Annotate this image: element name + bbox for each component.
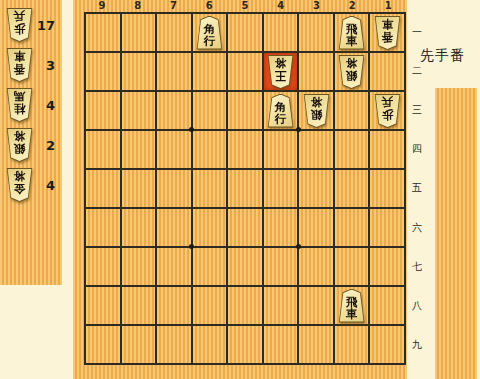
square-92[interactable] — [86, 53, 120, 90]
square-76[interactable] — [157, 209, 191, 246]
piece-kanji: 香 — [381, 30, 393, 43]
square-45[interactable] — [264, 170, 298, 207]
square-31[interactable] — [299, 14, 333, 51]
square-56[interactable] — [228, 209, 262, 246]
piece-kanji: 香 — [14, 63, 26, 76]
square-21[interactable]: 飛車 — [335, 14, 369, 51]
square-68[interactable] — [193, 287, 227, 324]
shogi-piece-銀将[interactable]: 銀将 — [337, 55, 366, 89]
square-44[interactable] — [264, 131, 298, 168]
hand-count: 3 — [46, 58, 55, 73]
file-label-5: 5 — [227, 0, 263, 12]
square-83[interactable] — [122, 92, 156, 129]
shogi-piece-角行[interactable]: 角行 — [266, 94, 295, 128]
shogi-piece-飛車[interactable]: 飛車 — [337, 289, 366, 323]
gote-hand-tray: 歩兵17香車3桂馬4銀将2金将4 — [0, 0, 62, 285]
shogi-piece-香車[interactable]: 香車 — [5, 48, 34, 82]
hoshi-dot — [296, 127, 301, 132]
turn-indicator: 先手番 — [420, 47, 465, 65]
square-81[interactable] — [122, 14, 156, 51]
file-labels: 987654321 — [84, 0, 406, 12]
shogi-piece-角行[interactable]: 角行 — [195, 16, 224, 50]
file-label-2: 2 — [334, 0, 370, 12]
square-78[interactable] — [157, 287, 191, 324]
hand-count: 4 — [46, 98, 55, 113]
piece-kanji: 王 — [275, 69, 287, 82]
hoshi-dot — [189, 244, 194, 249]
square-27[interactable] — [335, 248, 369, 285]
square-39[interactable] — [299, 326, 333, 363]
square-58[interactable] — [228, 287, 262, 324]
square-13[interactable]: 歩兵 — [370, 92, 404, 129]
square-16[interactable] — [370, 209, 404, 246]
square-36[interactable] — [299, 209, 333, 246]
piece-kanji: 車 — [381, 18, 393, 31]
square-43[interactable]: 角行 — [264, 92, 298, 129]
rank-label-8: 八 — [409, 287, 425, 326]
square-59[interactable] — [228, 326, 262, 363]
square-55[interactable] — [228, 170, 262, 207]
piece-kanji: 車 — [14, 50, 26, 63]
shogi-diagram: 歩兵17香車3桂馬4銀将2金将4 987654321 角行飛車香車王将銀将角行銀… — [0, 0, 480, 379]
square-61[interactable]: 角行 — [193, 14, 227, 51]
file-label-4: 4 — [263, 0, 299, 12]
piece-kanji: 馬 — [14, 90, 26, 103]
shogi-piece-歩兵[interactable]: 歩兵 — [5, 8, 34, 42]
square-17[interactable] — [370, 248, 404, 285]
rank-label-3: 三 — [409, 90, 425, 129]
board-grid: 角行飛車香車王将銀将角行銀将歩兵飛車 — [84, 12, 406, 365]
square-34[interactable] — [299, 131, 333, 168]
piece-kanji: 歩 — [14, 23, 26, 36]
file-label-1: 1 — [370, 0, 406, 12]
shogi-piece-香車[interactable]: 香車 — [373, 16, 402, 50]
square-97[interactable] — [86, 248, 120, 285]
piece-kanji: 兵 — [14, 10, 26, 23]
hand-row-香車: 香車3 — [0, 45, 62, 85]
piece-kanji: 車 — [346, 35, 358, 48]
square-53[interactable] — [228, 92, 262, 129]
square-42[interactable]: 王将 — [264, 53, 298, 90]
piece-kanji: 将 — [14, 130, 26, 143]
piece-kanji: 将 — [275, 57, 287, 70]
square-24[interactable] — [335, 131, 369, 168]
rank-label-7: 七 — [409, 247, 425, 286]
square-62[interactable] — [193, 53, 227, 90]
square-91[interactable] — [86, 14, 120, 51]
file-label-6: 6 — [191, 0, 227, 12]
square-79[interactable] — [157, 326, 191, 363]
square-11[interactable]: 香車 — [370, 14, 404, 51]
piece-kanji: 行 — [275, 113, 287, 126]
square-25[interactable] — [335, 170, 369, 207]
square-96[interactable] — [86, 209, 120, 246]
piece-kanji: 歩 — [381, 108, 393, 121]
square-47[interactable] — [264, 248, 298, 285]
square-26[interactable] — [335, 209, 369, 246]
square-18[interactable] — [370, 287, 404, 324]
rank-label-4: 四 — [409, 130, 425, 169]
square-19[interactable] — [370, 326, 404, 363]
shogi-piece-王将[interactable]: 王将 — [266, 55, 295, 89]
rank-label-9: 九 — [409, 326, 425, 365]
rank-label-1: 一 — [409, 12, 425, 51]
square-66[interactable] — [193, 209, 227, 246]
square-82[interactable] — [122, 53, 156, 90]
square-95[interactable] — [86, 170, 120, 207]
shogi-piece-銀将[interactable]: 銀将 — [5, 128, 34, 162]
square-49[interactable] — [264, 326, 298, 363]
square-54[interactable] — [228, 131, 262, 168]
square-15[interactable] — [370, 170, 404, 207]
square-28[interactable]: 飛車 — [335, 287, 369, 324]
square-32[interactable] — [299, 53, 333, 90]
rank-label-6: 六 — [409, 208, 425, 247]
square-33[interactable]: 銀将 — [299, 92, 333, 129]
hoshi-dot — [296, 244, 301, 249]
square-57[interactable] — [228, 248, 262, 285]
square-46[interactable] — [264, 209, 298, 246]
hand-count: 17 — [37, 18, 55, 33]
square-63[interactable] — [193, 92, 227, 129]
square-51[interactable] — [228, 14, 262, 51]
square-72[interactable] — [157, 53, 191, 90]
square-88[interactable] — [122, 287, 156, 324]
piece-kanji: 銀 — [310, 108, 322, 121]
piece-kanji: 将 — [346, 57, 358, 70]
square-98[interactable] — [86, 287, 120, 324]
rank-label-5: 五 — [409, 169, 425, 208]
piece-kanji: 車 — [346, 308, 358, 321]
square-94[interactable] — [86, 131, 120, 168]
hand-count: 4 — [46, 178, 55, 193]
shogi-piece-飛車[interactable]: 飛車 — [337, 16, 366, 50]
square-86[interactable] — [122, 209, 156, 246]
file-label-3: 3 — [299, 0, 335, 12]
square-75[interactable] — [157, 170, 191, 207]
square-89[interactable] — [122, 326, 156, 363]
hand-count: 2 — [46, 138, 55, 153]
square-77[interactable] — [157, 248, 191, 285]
board-panel: 987654321 角行飛車香車王将銀将角行銀将歩兵飛車 — [73, 0, 407, 379]
piece-kanji: 行 — [204, 35, 216, 48]
square-64[interactable] — [193, 131, 227, 168]
square-52[interactable] — [228, 53, 262, 90]
square-84[interactable] — [122, 131, 156, 168]
piece-kanji: 銀 — [346, 69, 358, 82]
square-12[interactable] — [370, 53, 404, 90]
square-71[interactable] — [157, 14, 191, 51]
file-label-7: 7 — [156, 0, 192, 12]
piece-kanji: 金 — [14, 183, 26, 196]
square-69[interactable] — [193, 326, 227, 363]
square-35[interactable] — [299, 170, 333, 207]
square-41[interactable] — [264, 14, 298, 51]
file-label-8: 8 — [120, 0, 156, 12]
square-65[interactable] — [193, 170, 227, 207]
hand-row-桂馬: 桂馬4 — [0, 85, 62, 125]
hoshi-dot — [189, 127, 194, 132]
sente-hand-tray — [435, 88, 477, 379]
hand-row-金将: 金将4 — [0, 165, 62, 205]
shogi-piece-銀将[interactable]: 銀将 — [302, 94, 331, 128]
square-99[interactable] — [86, 326, 120, 363]
square-48[interactable] — [264, 287, 298, 324]
hand-row-銀将: 銀将2 — [0, 125, 62, 165]
square-29[interactable] — [335, 326, 369, 363]
square-67[interactable] — [193, 248, 227, 285]
square-85[interactable] — [122, 170, 156, 207]
shogi-piece-桂馬[interactable]: 桂馬 — [5, 88, 34, 122]
piece-kanji: 銀 — [14, 143, 26, 156]
square-74[interactable] — [157, 131, 191, 168]
piece-kanji: 兵 — [381, 96, 393, 109]
shogi-piece-歩兵[interactable]: 歩兵 — [373, 94, 402, 128]
square-22[interactable]: 銀将 — [335, 53, 369, 90]
hand-row-歩兵: 歩兵17 — [0, 5, 62, 45]
shogi-piece-金将[interactable]: 金将 — [5, 168, 34, 202]
square-38[interactable] — [299, 287, 333, 324]
file-label-9: 9 — [84, 0, 120, 12]
piece-kanji: 桂 — [14, 103, 26, 116]
piece-kanji: 将 — [14, 170, 26, 183]
square-73[interactable] — [157, 92, 191, 129]
square-93[interactable] — [86, 92, 120, 129]
piece-kanji: 将 — [310, 96, 322, 109]
square-14[interactable] — [370, 131, 404, 168]
square-37[interactable] — [299, 248, 333, 285]
square-87[interactable] — [122, 248, 156, 285]
board-grid-wrap: 角行飛車香車王将銀将角行銀将歩兵飛車 — [84, 12, 406, 365]
square-23[interactable] — [335, 92, 369, 129]
